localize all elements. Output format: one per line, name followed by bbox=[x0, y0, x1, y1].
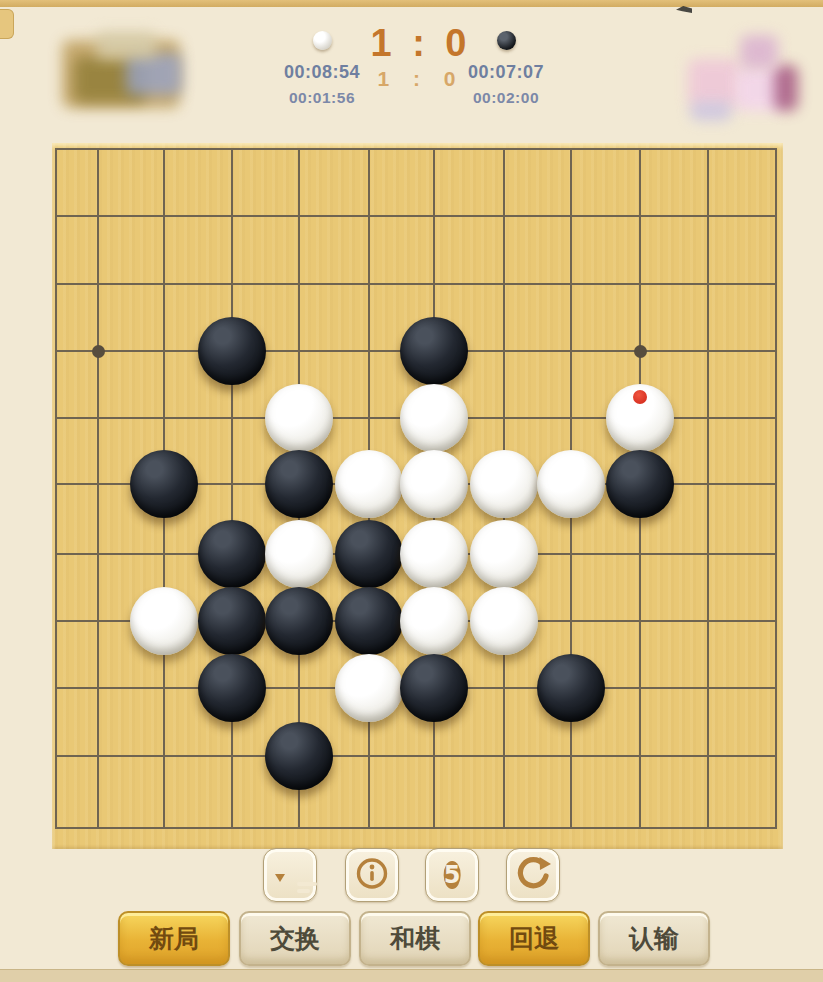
black-stone bbox=[335, 587, 403, 655]
black-stone bbox=[198, 317, 266, 385]
black-total-time: 00:07:07 bbox=[426, 62, 586, 83]
v-grid-line bbox=[55, 148, 57, 829]
white-stone bbox=[470, 587, 538, 655]
draw-button[interactable]: 和棋 bbox=[359, 911, 471, 966]
move-count-badge: 5 bbox=[444, 857, 461, 893]
black-stone bbox=[335, 520, 403, 588]
black-stone bbox=[265, 722, 333, 790]
chat-button[interactable] bbox=[263, 848, 317, 902]
restart-icon bbox=[514, 855, 552, 896]
white-stone bbox=[265, 384, 333, 452]
resign-button[interactable]: 认输 bbox=[598, 911, 710, 966]
black-stone bbox=[400, 317, 468, 385]
black-stone bbox=[537, 654, 605, 722]
info-button[interactable] bbox=[345, 848, 399, 902]
restart-button[interactable] bbox=[506, 848, 560, 902]
v-grid-line bbox=[707, 148, 709, 829]
black-stone bbox=[198, 520, 266, 588]
white-stone bbox=[335, 654, 403, 722]
page: 00:08:54 00:01:56 1 : 0 1 : 0 00:07:07 0… bbox=[0, 0, 823, 982]
black-stone bbox=[198, 587, 266, 655]
star-point bbox=[634, 345, 647, 358]
black-stone bbox=[606, 450, 674, 518]
bottom-band bbox=[0, 969, 823, 982]
header: 00:08:54 00:01:56 1 : 0 1 : 0 00:07:07 0… bbox=[0, 7, 823, 143]
white-stone bbox=[400, 384, 468, 452]
white-stone bbox=[335, 450, 403, 518]
info-icon bbox=[354, 856, 390, 895]
star-point bbox=[92, 345, 105, 358]
black-stone bbox=[198, 654, 266, 722]
black-stone bbox=[400, 654, 468, 722]
black-move-time: 00:02:00 bbox=[426, 89, 586, 107]
v-grid-line bbox=[775, 148, 777, 829]
swap-button[interactable]: 交换 bbox=[239, 911, 351, 966]
white-stone bbox=[470, 520, 538, 588]
white-stone-icon bbox=[313, 31, 332, 50]
white-stone bbox=[537, 450, 605, 518]
new-game-button[interactable]: 新局 bbox=[118, 911, 230, 966]
black-stone bbox=[265, 587, 333, 655]
white-stone bbox=[606, 384, 674, 452]
white-stone bbox=[130, 587, 198, 655]
black-stone bbox=[130, 450, 198, 518]
black-stone-icon bbox=[497, 31, 516, 50]
black-stone bbox=[265, 450, 333, 518]
board[interactable] bbox=[52, 143, 783, 849]
move-count-button[interactable]: 5 bbox=[425, 848, 479, 902]
white-move-time: 00:01:56 bbox=[242, 89, 402, 107]
v-grid-line bbox=[97, 148, 99, 829]
white-stone bbox=[400, 520, 468, 588]
undo-button[interactable]: 回退 bbox=[478, 911, 590, 966]
white-stone bbox=[400, 450, 468, 518]
white-stone bbox=[265, 520, 333, 588]
white-stone bbox=[470, 450, 538, 518]
white-stone bbox=[400, 587, 468, 655]
v-grid-line bbox=[231, 148, 233, 829]
last-move-dot bbox=[633, 390, 647, 404]
black-clock-panel: 00:07:07 00:02:00 bbox=[426, 7, 586, 107]
top-strip bbox=[0, 0, 823, 7]
